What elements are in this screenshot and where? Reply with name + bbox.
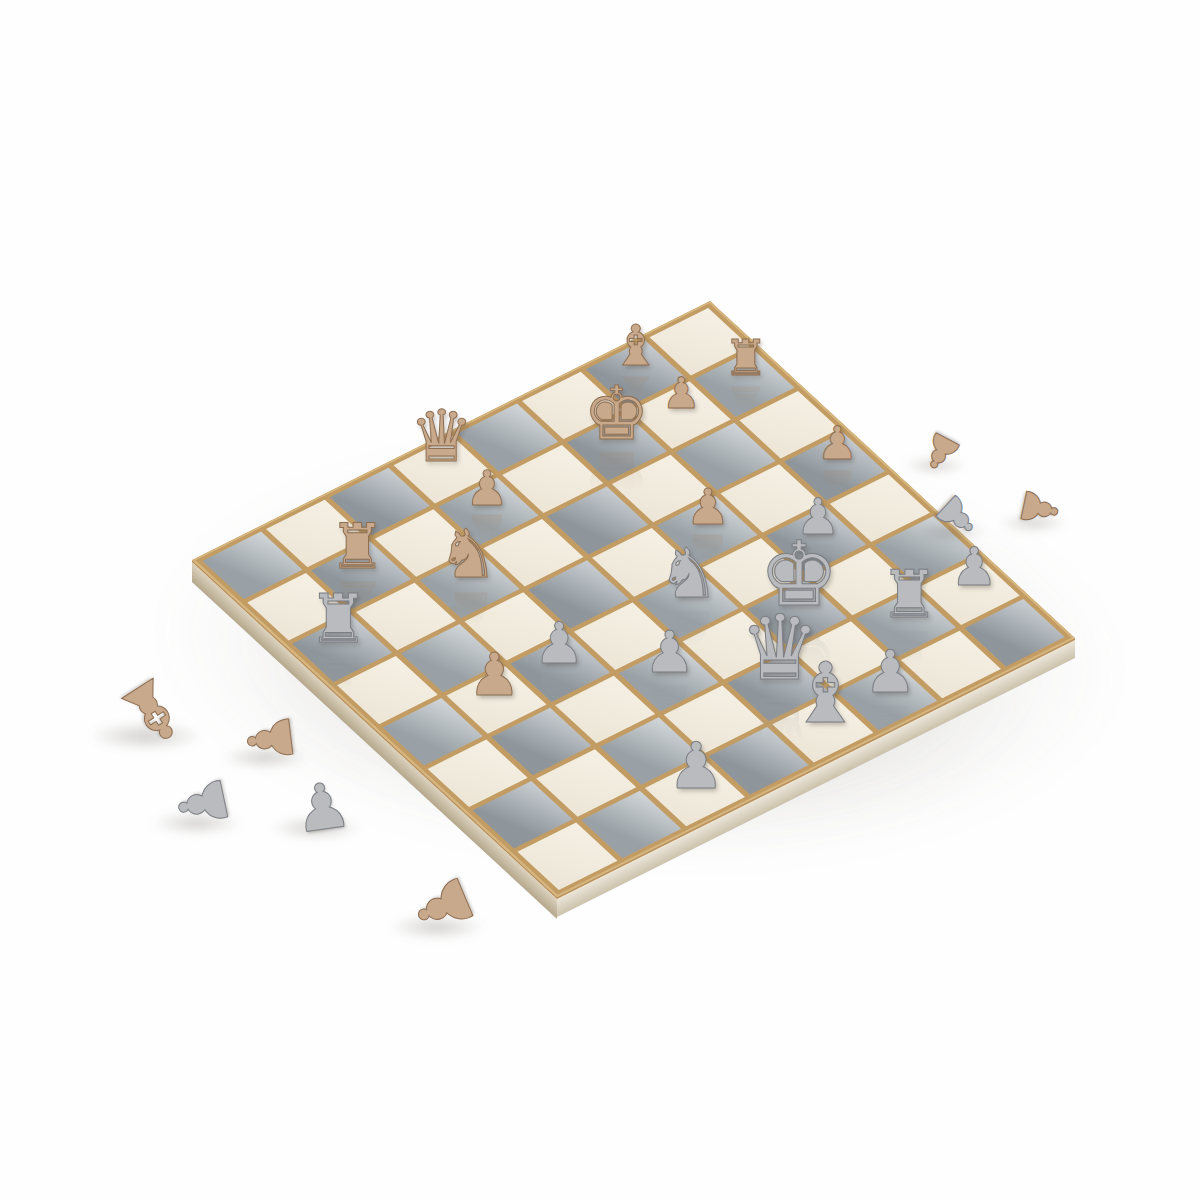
captured-piece-shadow-4 bbox=[268, 816, 363, 840]
captured-piece-shadow-3 bbox=[150, 811, 245, 835]
captured-piece-shadow-8 bbox=[998, 514, 1069, 532]
captured-black-pawn-5: ♟ bbox=[386, 846, 499, 967]
product-photo-scene: ♜♜♟♟♟♝♝♟♟♟♜♜♚♚♟♟♚♚♟♟♞♞♛♛♝♛♟♟♟♟♞♞♟♟♟♜♜♟♜♜… bbox=[0, 0, 1200, 1200]
captured-piece-shadow-6 bbox=[902, 457, 969, 474]
captured-white-pawn-3: ♟ bbox=[157, 752, 249, 854]
captured-piece-shadow-7 bbox=[915, 523, 987, 541]
captured-piece-shadow-2 bbox=[220, 746, 310, 769]
captured-piece-shadow-1 bbox=[86, 721, 206, 751]
captured-piece-shadow-5 bbox=[386, 914, 489, 940]
